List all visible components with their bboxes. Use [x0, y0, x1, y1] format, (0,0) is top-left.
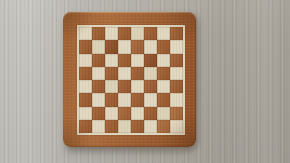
board-square-g3 [157, 93, 170, 106]
board-square-f5 [144, 67, 157, 80]
board-square-a5 [79, 67, 92, 80]
board-square-d1 [118, 120, 131, 133]
board-square-h2 [170, 107, 183, 120]
board-square-h7 [170, 40, 183, 53]
board-square-g7 [157, 40, 170, 53]
board-square-b3 [92, 93, 105, 106]
board-square-g8 [157, 27, 170, 40]
board-square-b5 [92, 67, 105, 80]
board-square-e5 [131, 67, 144, 80]
board-square-e8 [131, 27, 144, 40]
board-square-f2 [144, 107, 157, 120]
board-square-b8 [92, 27, 105, 40]
board-square-c8 [105, 27, 118, 40]
board-square-c6 [105, 54, 118, 67]
board-inner-border [77, 25, 185, 135]
board-square-e7 [131, 40, 144, 53]
board-square-f6 [144, 54, 157, 67]
board-square-a7 [79, 40, 92, 53]
board-square-e1 [131, 120, 144, 133]
board-square-g4 [157, 80, 170, 93]
board-square-f8 [144, 27, 157, 40]
board-square-b6 [92, 54, 105, 67]
board-square-e4 [131, 80, 144, 93]
board-square-a1 [79, 120, 92, 133]
board-square-a3 [79, 93, 92, 106]
board-square-h3 [170, 93, 183, 106]
board-square-a8 [79, 27, 92, 40]
board-square-e6 [131, 54, 144, 67]
board-square-d4 [118, 80, 131, 93]
board-square-g2 [157, 107, 170, 120]
board-square-c5 [105, 67, 118, 80]
board-square-d5 [118, 67, 131, 80]
board-square-b7 [92, 40, 105, 53]
board-square-d3 [118, 93, 131, 106]
board-square-c3 [105, 93, 118, 106]
board-square-g6 [157, 54, 170, 67]
board-square-h8 [170, 27, 183, 40]
board-square-h5 [170, 67, 183, 80]
board-square-g1 [157, 120, 170, 133]
board-square-f1 [144, 120, 157, 133]
board-square-b4 [92, 80, 105, 93]
board-square-d7 [118, 40, 131, 53]
board-grid [79, 27, 183, 133]
board-square-a6 [79, 54, 92, 67]
board-square-d8 [118, 27, 131, 40]
board-square-c4 [105, 80, 118, 93]
board-square-f7 [144, 40, 157, 53]
board-square-d6 [118, 54, 131, 67]
board-square-a4 [79, 80, 92, 93]
board-square-h6 [170, 54, 183, 67]
board-square-h1 [170, 120, 183, 133]
board-square-d2 [118, 107, 131, 120]
board-square-c2 [105, 107, 118, 120]
board-square-b1 [92, 120, 105, 133]
board-cast-shadow [66, 144, 194, 153]
board-square-c1 [105, 120, 118, 133]
chess-board [63, 12, 196, 147]
board-square-e2 [131, 107, 144, 120]
board-square-f3 [144, 93, 157, 106]
board-square-b2 [92, 107, 105, 120]
board-square-g5 [157, 67, 170, 80]
board-square-h4 [170, 80, 183, 93]
photo-scene [0, 0, 290, 163]
board-square-c7 [105, 40, 118, 53]
board-square-a2 [79, 107, 92, 120]
board-square-e3 [131, 93, 144, 106]
board-square-f4 [144, 80, 157, 93]
